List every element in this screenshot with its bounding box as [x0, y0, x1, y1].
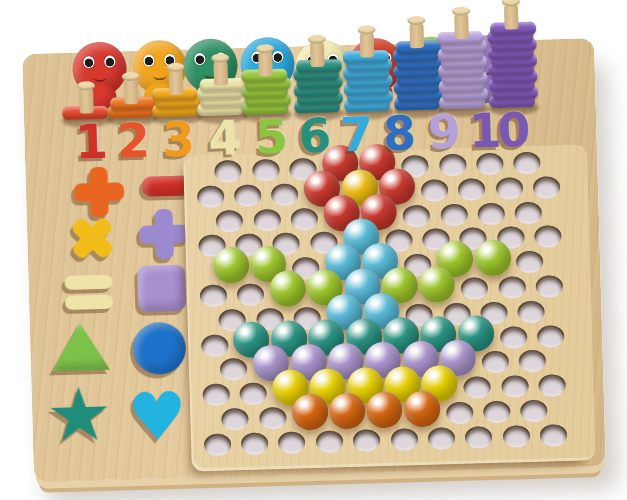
- peg-hole[interactable]: [446, 402, 474, 425]
- bead-orange[interactable]: [403, 391, 440, 428]
- peg-hole[interactable]: [237, 283, 265, 306]
- symbol-slot: ★: [45, 382, 113, 447]
- peg-hole[interactable]: [216, 210, 244, 233]
- number-piece-3[interactable]: 3: [162, 115, 192, 163]
- circle-piece[interactable]: [132, 322, 186, 375]
- peg-hole[interactable]: [196, 185, 224, 208]
- peg-hole[interactable]: [518, 300, 546, 323]
- bead-lime-green[interactable]: [474, 240, 511, 277]
- eye-icon: [194, 53, 205, 65]
- wooden-peg: [360, 31, 375, 57]
- scene: 12345678910 ★♥: [0, 0, 627, 500]
- peg-hole[interactable]: [271, 183, 299, 206]
- equals-piece[interactable]: [64, 275, 113, 310]
- peg-hole[interactable]: [477, 202, 505, 225]
- peg-hole[interactable]: [278, 431, 306, 454]
- peg-hole[interactable]: [440, 203, 468, 226]
- wooden-peg: [504, 3, 519, 29]
- peg-hole[interactable]: [482, 351, 510, 374]
- peg-hole[interactable]: [241, 432, 269, 455]
- peg-hole[interactable]: [515, 201, 543, 224]
- wooden-board: 12345678910 ★♥: [22, 38, 606, 482]
- number-piece-1[interactable]: 1: [75, 118, 105, 166]
- peg-hole[interactable]: [520, 400, 548, 423]
- wooden-peg: [124, 78, 139, 104]
- peg-hole[interactable]: [501, 375, 529, 398]
- peg-hole[interactable]: [201, 334, 229, 357]
- peg-hole[interactable]: [221, 408, 249, 431]
- peg-hole[interactable]: [533, 176, 561, 199]
- bead-lime-green[interactable]: [212, 247, 249, 284]
- peg-hole[interactable]: [498, 276, 526, 299]
- peg-hole[interactable]: [203, 433, 231, 456]
- peg-hole[interactable]: [199, 284, 227, 307]
- number-piece-2[interactable]: 2: [117, 117, 147, 165]
- bead-orange[interactable]: [329, 393, 366, 430]
- peg-hole[interactable]: [291, 207, 319, 230]
- bead-orange[interactable]: [366, 392, 403, 429]
- peg-hole[interactable]: [483, 401, 511, 424]
- peg-hole[interactable]: [495, 177, 523, 200]
- peg-hole[interactable]: [220, 358, 248, 381]
- number-piece-6[interactable]: 6: [298, 112, 328, 160]
- wooden-peg: [258, 50, 273, 76]
- eye-icon: [272, 51, 283, 63]
- peg-hole[interactable]: [353, 429, 381, 452]
- peg-hole[interactable]: [234, 184, 262, 207]
- peg-hole[interactable]: [536, 275, 564, 298]
- symbol-slot: ♥: [127, 389, 188, 447]
- symbol-slot: [137, 265, 186, 312]
- wooden-peg: [310, 41, 325, 67]
- peg-hole[interactable]: [403, 204, 431, 227]
- peg-hole[interactable]: [461, 277, 489, 300]
- symbol-slot: [66, 211, 119, 264]
- wooden-peg: [169, 69, 184, 95]
- peg-hole[interactable]: [502, 425, 530, 448]
- bead-lime-green[interactable]: [419, 266, 456, 303]
- wooden-peg: [213, 59, 228, 85]
- peg-hole[interactable]: [500, 326, 528, 349]
- number-piece-5[interactable]: 5: [255, 113, 285, 161]
- peg-hole[interactable]: [519, 350, 547, 373]
- peg-hole[interactable]: [540, 424, 568, 447]
- symbol-slot: [64, 275, 113, 310]
- bead-orange[interactable]: [291, 394, 328, 431]
- square-piece[interactable]: [137, 265, 186, 312]
- peg-hole[interactable]: [253, 209, 281, 232]
- mouth-icon: [153, 70, 167, 80]
- eye-icon: [143, 54, 154, 66]
- peg-hole[interactable]: [458, 178, 486, 201]
- number-piece-8[interactable]: 8: [382, 109, 412, 157]
- heart-piece[interactable]: ♥: [127, 389, 188, 447]
- plus-piece[interactable]: [138, 207, 191, 260]
- pegboard-panel: [183, 144, 596, 471]
- bead-lime-green[interactable]: [269, 270, 306, 307]
- peg-hole[interactable]: [421, 179, 449, 202]
- peg-hole[interactable]: [534, 225, 562, 248]
- peg-hole[interactable]: [315, 430, 343, 453]
- wooden-peg: [454, 13, 469, 39]
- peg-hole[interactable]: [537, 325, 565, 348]
- star-piece[interactable]: ★: [45, 382, 113, 447]
- number-piece-4[interactable]: 4: [208, 114, 238, 162]
- triangle-piece[interactable]: [51, 322, 110, 372]
- eye-icon: [104, 55, 115, 67]
- number-piece-7[interactable]: 7: [340, 110, 370, 158]
- peg-hole[interactable]: [516, 251, 544, 274]
- peg-hole[interactable]: [464, 376, 492, 399]
- peg-hole[interactable]: [239, 383, 267, 406]
- number-piece-9[interactable]: 9: [427, 108, 457, 156]
- wooden-peg: [409, 22, 424, 48]
- peg-hole[interactable]: [259, 407, 287, 430]
- peg-hole[interactable]: [538, 374, 566, 397]
- multiply-piece[interactable]: [58, 204, 126, 272]
- peg-hole[interactable]: [465, 426, 493, 449]
- symbol-slot: [138, 207, 191, 260]
- peg-hole[interactable]: [202, 384, 230, 407]
- symbol-slot: [51, 322, 110, 372]
- peg-hole[interactable]: [428, 427, 456, 450]
- wooden-peg: [79, 87, 94, 113]
- eye-icon: [83, 56, 94, 68]
- number-piece-10[interactable]: 10: [468, 106, 527, 155]
- peg-hole[interactable]: [390, 428, 418, 451]
- symbol-slot: [132, 322, 186, 375]
- mouth-icon: [93, 72, 107, 82]
